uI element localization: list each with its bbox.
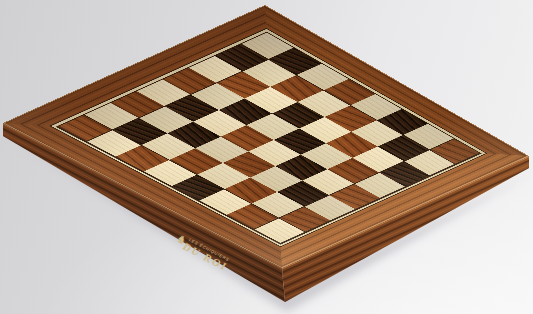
product-photo-scene: ♞ LES ÉCHIQUIERS DU ROI bbox=[0, 0, 533, 314]
